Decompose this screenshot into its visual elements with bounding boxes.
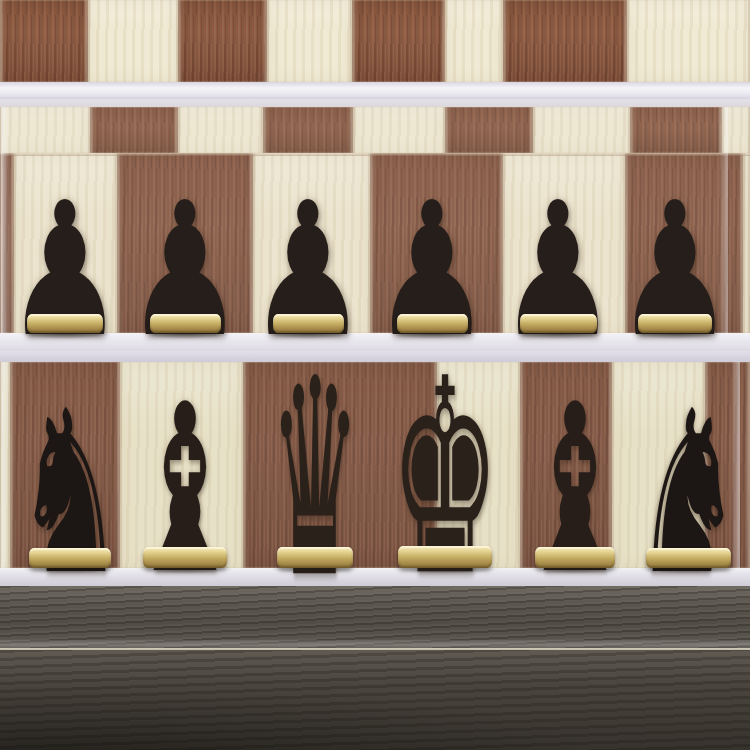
knight-glyph: ♞ xyxy=(564,381,750,606)
piece-knight-right[interactable]: ♞ xyxy=(646,548,731,568)
pieces-layer: ♟♟♟♟♟♟♞♝♛♚♝♞ xyxy=(0,0,750,750)
piece-pawn-6[interactable]: ♟ xyxy=(638,314,712,333)
brass-base xyxy=(646,548,731,568)
pawn-glyph: ♟ xyxy=(542,178,750,363)
chess-display-scene: ♟♟♟♟♟♟♞♝♛♚♝♞ xyxy=(0,0,750,750)
brass-base xyxy=(638,314,712,333)
